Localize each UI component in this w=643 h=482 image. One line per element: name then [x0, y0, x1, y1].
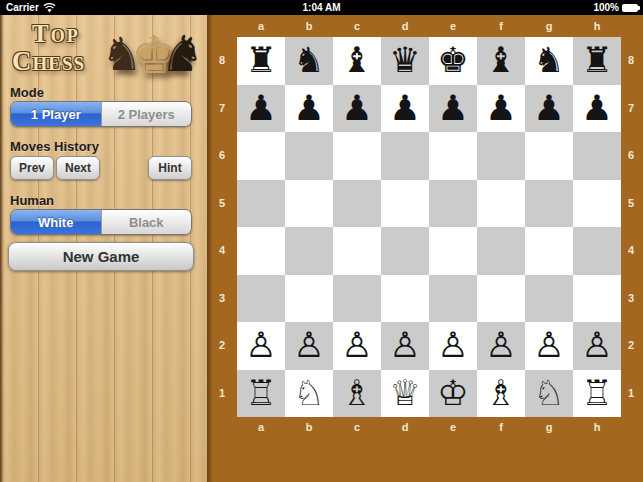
- square-h7[interactable]: ♟: [573, 85, 621, 133]
- carrier-label: Carrier: [6, 0, 39, 15]
- square-b5[interactable]: [285, 180, 333, 228]
- rank-label-2: 2: [207, 322, 237, 370]
- file-label-a: a: [237, 419, 285, 435]
- file-label-d: d: [381, 16, 429, 36]
- black-pawn-h7: ♟: [581, 91, 612, 126]
- rank-label-5: 5: [621, 180, 641, 228]
- square-a3[interactable]: [237, 275, 285, 323]
- prev-button[interactable]: Prev: [10, 156, 54, 180]
- file-label-f: f: [477, 419, 525, 435]
- black-rook-h8: ♜: [581, 43, 612, 78]
- square-e4[interactable]: [429, 227, 477, 275]
- rank-label-1: 1: [207, 370, 237, 418]
- rank-label-6: 6: [621, 132, 641, 180]
- moves-history-label: Moves History: [10, 139, 99, 154]
- black-pawn-e7: ♟: [437, 91, 468, 126]
- black-pawn-c7: ♟: [341, 91, 372, 126]
- square-d8[interactable]: ♛: [381, 37, 429, 85]
- square-e8[interactable]: ♚: [429, 37, 477, 85]
- rank-label-4: 4: [621, 227, 641, 275]
- white-bishop-c1: ♗: [341, 376, 372, 411]
- file-label-g: g: [525, 16, 573, 36]
- black-king-e8: ♚: [437, 43, 468, 78]
- square-f5[interactable]: [477, 180, 525, 228]
- file-label-d: d: [381, 419, 429, 435]
- file-label-b: b: [285, 419, 333, 435]
- square-g5[interactable]: [525, 180, 573, 228]
- square-b3[interactable]: [285, 275, 333, 323]
- square-a5[interactable]: [237, 180, 285, 228]
- square-c5[interactable]: [333, 180, 381, 228]
- rank-label-8: 8: [621, 37, 641, 85]
- square-c1[interactable]: ♗: [333, 370, 381, 418]
- white-rook-a1: ♖: [245, 376, 276, 411]
- square-b1[interactable]: ♘: [285, 370, 333, 418]
- clock: 1:04 AM: [303, 0, 341, 15]
- white-knight-g1: ♘: [533, 376, 564, 411]
- file-label-c: c: [333, 16, 381, 36]
- rank-label-3: 3: [207, 275, 237, 323]
- new-game-button[interactable]: New Game: [8, 242, 194, 271]
- square-a2[interactable]: ♙: [237, 322, 285, 370]
- next-button[interactable]: Next: [56, 156, 100, 180]
- black-knight-g8: ♞: [533, 43, 564, 78]
- square-f1[interactable]: ♗: [477, 370, 525, 418]
- file-label-b: b: [285, 16, 333, 36]
- square-f7[interactable]: ♟: [477, 85, 525, 133]
- hint-button[interactable]: Hint: [148, 156, 192, 180]
- square-h3[interactable]: [573, 275, 621, 323]
- square-b7[interactable]: ♟: [285, 85, 333, 133]
- black-rook-a8: ♜: [245, 43, 276, 78]
- black-pawn-g7: ♟: [533, 91, 564, 126]
- rank-label-8: 8: [207, 37, 237, 85]
- file-label-c: c: [333, 419, 381, 435]
- logo-chess-pieces: ♞ ♚ ♞: [101, 15, 205, 87]
- black-pawn-d7: ♟: [389, 91, 420, 126]
- square-d4[interactable]: [381, 227, 429, 275]
- square-h5[interactable]: [573, 180, 621, 228]
- battery-percent: 100%: [593, 0, 619, 15]
- black-pawn-b7: ♟: [293, 91, 324, 126]
- status-bar: Carrier 1:04 AM 100%: [0, 0, 643, 15]
- file-label-g: g: [525, 419, 573, 435]
- file-labels-bottom: abcdefgh: [237, 419, 621, 435]
- battery-icon: [622, 4, 638, 12]
- file-label-e: e: [429, 16, 477, 36]
- white-pawn-b2: ♙: [293, 328, 324, 363]
- white-queen-d1: ♕: [389, 376, 420, 411]
- file-label-h: h: [573, 419, 621, 435]
- board-frame: abcdefgh 87654321 ♜♞♝♛♚♝♞♜♟♟♟♟♟♟♟♟♙♙♙♙♙♙…: [207, 15, 643, 482]
- square-c7[interactable]: ♟: [333, 85, 381, 133]
- square-h2[interactable]: ♙: [573, 322, 621, 370]
- square-c2[interactable]: ♙: [333, 322, 381, 370]
- white-king-e1: ♔: [437, 376, 468, 411]
- rank-label-4: 4: [207, 227, 237, 275]
- chess-board: ♜♞♝♛♚♝♞♜♟♟♟♟♟♟♟♟♙♙♙♙♙♙♙♙♖♘♗♕♔♗♘♖: [237, 37, 621, 417]
- square-f8[interactable]: ♝: [477, 37, 525, 85]
- white-pawn-d2: ♙: [389, 328, 420, 363]
- square-g7[interactable]: ♟: [525, 85, 573, 133]
- logo-line1: Top: [32, 21, 85, 46]
- square-h8[interactable]: ♜: [573, 37, 621, 85]
- square-g3[interactable]: [525, 275, 573, 323]
- black-bishop-f8: ♝: [485, 43, 516, 78]
- file-labels-top: abcdefgh: [237, 16, 621, 36]
- square-c3[interactable]: [333, 275, 381, 323]
- square-e1[interactable]: ♔: [429, 370, 477, 418]
- knight-icon: ♞: [160, 25, 205, 83]
- square-b4[interactable]: [285, 227, 333, 275]
- square-a6[interactable]: [237, 132, 285, 180]
- mode-segmented-control: 1 Player 2 Players: [10, 101, 192, 127]
- rank-label-7: 7: [621, 85, 641, 133]
- human-label: Human: [10, 193, 54, 208]
- file-label-a: a: [237, 16, 285, 36]
- white-pawn-g2: ♙: [533, 328, 564, 363]
- app-logo: Top Chess: [12, 21, 85, 75]
- rank-labels-left: 87654321: [207, 37, 237, 417]
- human-option-black[interactable]: Black: [101, 210, 192, 234]
- rank-labels-right: 87654321: [621, 37, 641, 417]
- black-queen-d8: ♛: [389, 43, 420, 78]
- white-pawn-h2: ♙: [581, 328, 612, 363]
- square-d3[interactable]: [381, 275, 429, 323]
- black-pawn-a7: ♟: [245, 91, 276, 126]
- square-d7[interactable]: ♟: [381, 85, 429, 133]
- square-f3[interactable]: [477, 275, 525, 323]
- square-c4[interactable]: [333, 227, 381, 275]
- square-e3[interactable]: [429, 275, 477, 323]
- rank-label-7: 7: [207, 85, 237, 133]
- square-e6[interactable]: [429, 132, 477, 180]
- square-d5[interactable]: [381, 180, 429, 228]
- square-d6[interactable]: [381, 132, 429, 180]
- rank-label-5: 5: [207, 180, 237, 228]
- square-d2[interactable]: ♙: [381, 322, 429, 370]
- square-a1[interactable]: ♖: [237, 370, 285, 418]
- black-knight-b8: ♞: [293, 43, 324, 78]
- square-g2[interactable]: ♙: [525, 322, 573, 370]
- square-h6[interactable]: [573, 132, 621, 180]
- square-f2[interactable]: ♙: [477, 322, 525, 370]
- square-h4[interactable]: [573, 227, 621, 275]
- mode-option-2players[interactable]: 2 Players: [101, 102, 192, 126]
- square-h1[interactable]: ♖: [573, 370, 621, 418]
- black-bishop-c8: ♝: [341, 43, 372, 78]
- square-b6[interactable]: [285, 132, 333, 180]
- square-e5[interactable]: [429, 180, 477, 228]
- white-pawn-a2: ♙: [245, 328, 276, 363]
- white-pawn-e2: ♙: [437, 328, 468, 363]
- square-c6[interactable]: [333, 132, 381, 180]
- square-g6[interactable]: [525, 132, 573, 180]
- square-d1[interactable]: ♕: [381, 370, 429, 418]
- square-f6[interactable]: [477, 132, 525, 180]
- sidebar: Top Chess ♞ ♚ ♞ Mode 1 Player 2 Players …: [0, 15, 207, 482]
- file-label-f: f: [477, 16, 525, 36]
- square-a7[interactable]: ♟: [237, 85, 285, 133]
- square-b2[interactable]: ♙: [285, 322, 333, 370]
- white-pawn-c2: ♙: [341, 328, 372, 363]
- rank-label-3: 3: [621, 275, 641, 323]
- square-e2[interactable]: ♙: [429, 322, 477, 370]
- wifi-icon: [43, 3, 56, 13]
- rank-label-6: 6: [207, 132, 237, 180]
- white-rook-h1: ♖: [581, 376, 612, 411]
- black-pawn-f7: ♟: [485, 91, 516, 126]
- square-g4[interactable]: [525, 227, 573, 275]
- white-pawn-f2: ♙: [485, 328, 516, 363]
- rank-label-2: 2: [621, 322, 641, 370]
- rank-label-1: 1: [621, 370, 641, 418]
- square-e7[interactable]: ♟: [429, 85, 477, 133]
- square-f4[interactable]: [477, 227, 525, 275]
- square-a8[interactable]: ♜: [237, 37, 285, 85]
- white-knight-b1: ♘: [293, 376, 324, 411]
- file-label-h: h: [573, 16, 621, 36]
- square-b8[interactable]: ♞: [285, 37, 333, 85]
- square-c8[interactable]: ♝: [333, 37, 381, 85]
- square-g1[interactable]: ♘: [525, 370, 573, 418]
- square-g8[interactable]: ♞: [525, 37, 573, 85]
- app-screen: Carrier 1:04 AM 100% Top Chess ♞ ♚ ♞ Mod…: [0, 0, 643, 482]
- square-a4[interactable]: [237, 227, 285, 275]
- human-option-white[interactable]: White: [11, 210, 101, 234]
- human-segmented-control: White Black: [10, 209, 192, 235]
- mode-label: Mode: [10, 85, 44, 100]
- file-label-e: e: [429, 419, 477, 435]
- logo-line2: Chess: [12, 48, 85, 75]
- mode-option-1player[interactable]: 1 Player: [11, 102, 101, 126]
- white-bishop-f1: ♗: [485, 376, 516, 411]
